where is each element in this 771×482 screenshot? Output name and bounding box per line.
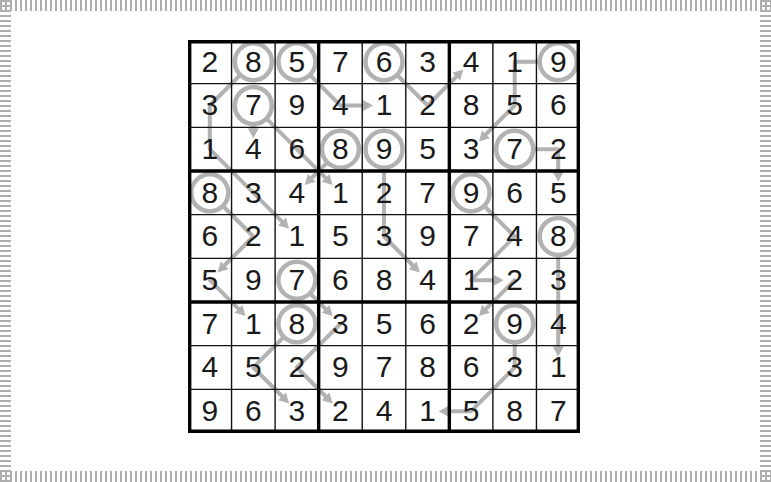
cell-r8c9: 1 bbox=[536, 346, 580, 390]
cell-r1c5: 6 bbox=[362, 40, 406, 84]
cell-r3c2: 4 bbox=[232, 127, 276, 171]
cell-r5c4: 5 bbox=[319, 215, 363, 259]
cell-r3c5: 9 bbox=[362, 127, 406, 171]
cell-r5c2: 2 bbox=[232, 215, 276, 259]
cell-r5c3: 1 bbox=[275, 215, 319, 259]
cell-r5c5: 3 bbox=[362, 215, 406, 259]
cell-r9c5: 4 bbox=[362, 389, 406, 433]
cell-r1c3: 5 bbox=[275, 40, 319, 84]
cell-r5c7: 7 bbox=[449, 215, 493, 259]
cell-r1c6: 3 bbox=[406, 40, 450, 84]
frame-ticks-left bbox=[0, 0, 11, 482]
cell-r9c6: 1 bbox=[406, 389, 450, 433]
cell-r9c2: 6 bbox=[232, 389, 276, 433]
cell-r7c8: 9 bbox=[493, 302, 537, 346]
cell-r4c4: 1 bbox=[319, 171, 363, 215]
cell-r2c5: 1 bbox=[362, 84, 406, 128]
cell-r8c1: 4 bbox=[188, 346, 232, 390]
cell-r5c6: 9 bbox=[406, 215, 450, 259]
cell-r8c6: 8 bbox=[406, 346, 450, 390]
cell-r4c9: 5 bbox=[536, 171, 580, 215]
cell-r7c3: 8 bbox=[275, 302, 319, 346]
cell-r2c6: 2 bbox=[406, 84, 450, 128]
cell-r4c5: 2 bbox=[362, 171, 406, 215]
cell-r2c1: 3 bbox=[188, 84, 232, 128]
cell-r8c7: 6 bbox=[449, 346, 493, 390]
cell-r6c8: 2 bbox=[493, 258, 537, 302]
cell-r4c2: 3 bbox=[232, 171, 276, 215]
cell-r7c6: 6 bbox=[406, 302, 450, 346]
cell-r1c8: 1 bbox=[493, 40, 537, 84]
cell-r8c5: 7 bbox=[362, 346, 406, 390]
cell-r7c1: 7 bbox=[188, 302, 232, 346]
cell-r6c3: 7 bbox=[275, 258, 319, 302]
cell-r3c7: 3 bbox=[449, 127, 493, 171]
cell-r3c1: 1 bbox=[188, 127, 232, 171]
cell-r6c9: 3 bbox=[536, 258, 580, 302]
cell-r2c8: 5 bbox=[493, 84, 537, 128]
cell-r5c9: 8 bbox=[536, 215, 580, 259]
cell-r2c3: 9 bbox=[275, 84, 319, 128]
cell-r4c1: 8 bbox=[188, 171, 232, 215]
cell-r2c4: 4 bbox=[319, 84, 363, 128]
cell-r8c8: 3 bbox=[493, 346, 537, 390]
cell-r9c9: 7 bbox=[536, 389, 580, 433]
cell-r4c3: 4 bbox=[275, 171, 319, 215]
cell-r3c9: 2 bbox=[536, 127, 580, 171]
cell-r1c4: 7 bbox=[319, 40, 363, 84]
cell-r4c6: 7 bbox=[406, 171, 450, 215]
cell-r1c1: 2 bbox=[188, 40, 232, 84]
cell-r5c8: 4 bbox=[493, 215, 537, 259]
cell-r2c9: 6 bbox=[536, 84, 580, 128]
cell-r9c4: 2 bbox=[319, 389, 363, 433]
cell-r6c6: 4 bbox=[406, 258, 450, 302]
cell-r2c7: 8 bbox=[449, 84, 493, 128]
cell-r7c7: 2 bbox=[449, 302, 493, 346]
frame-ticks-bottom bbox=[0, 471, 771, 482]
cell-r3c6: 5 bbox=[406, 127, 450, 171]
cell-r8c3: 2 bbox=[275, 346, 319, 390]
cell-r8c2: 5 bbox=[232, 346, 276, 390]
cell-r7c5: 5 bbox=[362, 302, 406, 346]
cell-r7c9: 4 bbox=[536, 302, 580, 346]
cell-r1c2: 8 bbox=[232, 40, 276, 84]
cell-r2c2: 7 bbox=[232, 84, 276, 128]
cell-r4c8: 6 bbox=[493, 171, 537, 215]
cell-r3c4: 8 bbox=[319, 127, 363, 171]
sudoku-board: 2857634193794128561468953728341279656215… bbox=[188, 40, 580, 433]
cell-r9c3: 3 bbox=[275, 389, 319, 433]
frame-ticks-top bbox=[0, 0, 771, 11]
cell-r1c7: 4 bbox=[449, 40, 493, 84]
cell-r1c9: 9 bbox=[536, 40, 580, 84]
cell-r7c4: 3 bbox=[319, 302, 363, 346]
cell-r6c7: 1 bbox=[449, 258, 493, 302]
cell-r9c8: 8 bbox=[493, 389, 537, 433]
cell-r3c8: 7 bbox=[493, 127, 537, 171]
cell-r9c1: 9 bbox=[188, 389, 232, 433]
cell-r6c5: 8 bbox=[362, 258, 406, 302]
cell-r5c1: 6 bbox=[188, 215, 232, 259]
cell-r3c3: 6 bbox=[275, 127, 319, 171]
cell-r6c4: 6 bbox=[319, 258, 363, 302]
cell-r6c2: 9 bbox=[232, 258, 276, 302]
cell-r7c2: 1 bbox=[232, 302, 276, 346]
cell-r8c4: 9 bbox=[319, 346, 363, 390]
cell-r4c7: 9 bbox=[449, 171, 493, 215]
cell-r6c1: 5 bbox=[188, 258, 232, 302]
digit-cells: 2857634193794128561468953728341279656215… bbox=[188, 40, 580, 433]
frame-ticks-right bbox=[760, 0, 771, 482]
cell-r9c7: 5 bbox=[449, 389, 493, 433]
